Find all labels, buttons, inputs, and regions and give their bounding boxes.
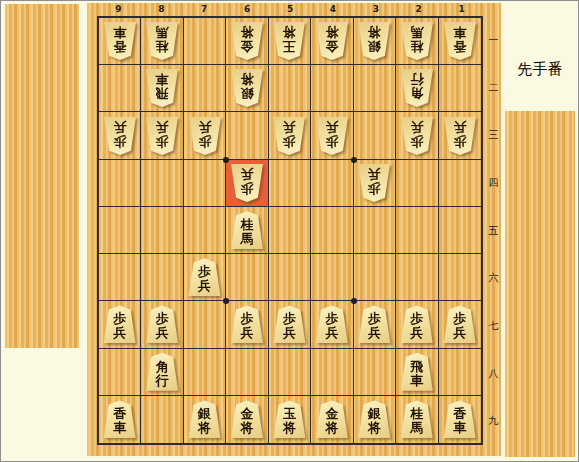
piece-pawn-gote[interactable]: 歩兵: [400, 117, 434, 155]
piece-face: 香車: [103, 400, 137, 438]
piece-face: 歩兵: [188, 258, 222, 296]
rank-label-8: 八: [486, 350, 501, 398]
piece-face: 歩兵: [443, 305, 477, 343]
square-74[interactable]: [184, 160, 226, 207]
square-97[interactable]: 歩兵: [99, 301, 141, 348]
piece-face: 歩兵: [315, 305, 349, 343]
square-26[interactable]: [396, 254, 438, 301]
piece-knight-sente[interactable]: 桂馬: [400, 400, 434, 438]
square-55[interactable]: [269, 207, 311, 254]
square-75[interactable]: [184, 207, 226, 254]
shogi-app: 987654321 香車桂馬金将王将金将銀将桂馬香車飛車銀将角行歩兵歩兵歩兵歩兵…: [0, 0, 579, 462]
piece-face: 銀将: [230, 69, 264, 107]
square-53[interactable]: 歩兵: [269, 112, 311, 159]
square-32[interactable]: [354, 65, 396, 112]
piece-face: 香車: [443, 22, 477, 60]
file-label-9: 9: [97, 3, 140, 15]
square-67[interactable]: 歩兵: [226, 301, 268, 348]
square-73[interactable]: 歩兵: [184, 112, 226, 159]
square-95[interactable]: [99, 207, 141, 254]
piece-face: 桂馬: [145, 22, 179, 60]
sente-komadai[interactable]: [505, 111, 575, 457]
turn-indicator: 先手番: [503, 60, 577, 79]
square-64[interactable]: 歩兵: [226, 160, 268, 207]
piece-face: 金将: [315, 400, 349, 438]
piece-face: 歩兵: [103, 305, 137, 343]
square-45[interactable]: [311, 207, 353, 254]
square-15[interactable]: [439, 207, 481, 254]
file-label-2: 2: [397, 3, 440, 15]
square-58[interactable]: [269, 349, 311, 396]
piece-face: 香車: [443, 400, 477, 438]
piece-face: 歩兵: [272, 117, 306, 155]
piece-pawn-sente[interactable]: 歩兵: [315, 305, 349, 343]
piece-face: 歩兵: [230, 164, 264, 202]
star-point: [223, 157, 229, 163]
square-62[interactable]: 銀将: [226, 65, 268, 112]
piece-pawn-sente[interactable]: 歩兵: [443, 305, 477, 343]
file-label-6: 6: [226, 3, 269, 15]
shogi-board: 987654321 香車桂馬金将王将金将銀将桂馬香車飛車銀将角行歩兵歩兵歩兵歩兵…: [87, 3, 501, 456]
piece-face: 金将: [230, 22, 264, 60]
square-12[interactable]: [439, 65, 481, 112]
piece-gold-sente[interactable]: 金将: [315, 400, 349, 438]
piece-pawn-sente[interactable]: 歩兵: [188, 258, 222, 296]
piece-face: 歩兵: [315, 117, 349, 155]
rank-label-9: 九: [486, 397, 501, 445]
piece-face: 飛車: [145, 69, 179, 107]
piece-silver-gote[interactable]: 銀将: [357, 22, 391, 60]
square-86[interactable]: [141, 254, 183, 301]
piece-face: 飛車: [400, 353, 434, 391]
piece-pawn-sente[interactable]: 歩兵: [272, 305, 306, 343]
piece-face: 歩兵: [103, 117, 137, 155]
square-94[interactable]: [99, 160, 141, 207]
square-77[interactable]: [184, 301, 226, 348]
file-label-1: 1: [440, 3, 483, 15]
square-42[interactable]: [311, 65, 353, 112]
piece-bishop-sente[interactable]: 角行: [145, 353, 179, 391]
piece-lance-gote[interactable]: 香車: [443, 22, 477, 60]
square-34[interactable]: 歩兵: [354, 160, 396, 207]
square-38[interactable]: [354, 349, 396, 396]
rank-label-6: 六: [486, 254, 501, 302]
piece-face: 歩兵: [357, 164, 391, 202]
piece-bishop-gote[interactable]: 角行: [400, 69, 434, 107]
piece-face: 角行: [145, 353, 179, 391]
square-93[interactable]: 歩兵: [99, 112, 141, 159]
file-labels: 987654321: [97, 3, 483, 15]
square-54[interactable]: [269, 160, 311, 207]
file-label-4: 4: [311, 3, 354, 15]
square-89[interactable]: [141, 396, 183, 443]
square-43[interactable]: 歩兵: [311, 112, 353, 159]
square-59[interactable]: 玉将: [269, 396, 311, 443]
square-29[interactable]: 桂馬: [396, 396, 438, 443]
square-66[interactable]: [226, 254, 268, 301]
rank-label-2: 二: [486, 64, 501, 112]
piece-pawn-gote[interactable]: 歩兵: [103, 117, 137, 155]
square-36[interactable]: [354, 254, 396, 301]
piece-pawn-sente[interactable]: 歩兵: [357, 305, 391, 343]
piece-pawn-sente[interactable]: 歩兵: [145, 305, 179, 343]
piece-silver-sente[interactable]: 銀将: [357, 400, 391, 438]
rank-label-5: 五: [486, 207, 501, 255]
square-84[interactable]: [141, 160, 183, 207]
square-57[interactable]: 歩兵: [269, 301, 311, 348]
piece-face: 歩兵: [230, 305, 264, 343]
piece-face: 金将: [230, 400, 264, 438]
star-point: [351, 157, 357, 163]
piece-face: 桂馬: [400, 400, 434, 438]
square-49[interactable]: 金将: [311, 396, 353, 443]
square-16[interactable]: [439, 254, 481, 301]
star-point: [223, 298, 229, 304]
piece-face: 歩兵: [443, 117, 477, 155]
rank-label-7: 七: [486, 302, 501, 350]
piece-gold-sente[interactable]: 金将: [230, 400, 264, 438]
rank-labels: 一二三四五六七八九: [486, 16, 501, 445]
piece-pawn-gote[interactable]: 歩兵: [145, 117, 179, 155]
piece-knight-gote[interactable]: 桂馬: [145, 22, 179, 60]
square-35[interactable]: [354, 207, 396, 254]
piece-face: 桂馬: [400, 22, 434, 60]
board-grid: 香車桂馬金将王将金将銀将桂馬香車飛車銀将角行歩兵歩兵歩兵歩兵歩兵歩兵歩兵歩兵歩兵…: [97, 16, 483, 445]
piece-silver-sente[interactable]: 銀将: [188, 400, 222, 438]
piece-gold-gote[interactable]: 金将: [230, 22, 264, 60]
square-27[interactable]: 歩兵: [396, 301, 438, 348]
piece-face: 歩兵: [357, 305, 391, 343]
file-label-5: 5: [269, 3, 312, 15]
square-61[interactable]: 金将: [226, 18, 268, 65]
piece-pawn-gote[interactable]: 歩兵: [357, 164, 391, 202]
piece-face: 歩兵: [400, 117, 434, 155]
rank-label-1: 一: [486, 16, 501, 64]
square-79[interactable]: 銀将: [184, 396, 226, 443]
square-98[interactable]: [99, 349, 141, 396]
file-label-8: 8: [140, 3, 183, 15]
piece-pawn-gote[interactable]: 歩兵: [230, 164, 264, 202]
piece-pawn-sente[interactable]: 歩兵: [103, 305, 137, 343]
file-label-3: 3: [354, 3, 397, 15]
square-28[interactable]: 飛車: [396, 349, 438, 396]
piece-king-sente[interactable]: 玉将: [272, 400, 306, 438]
square-33[interactable]: [354, 112, 396, 159]
square-31[interactable]: 銀将: [354, 18, 396, 65]
piece-gold-gote[interactable]: 金将: [315, 22, 349, 60]
star-point: [351, 298, 357, 304]
piece-pawn-sente[interactable]: 歩兵: [400, 305, 434, 343]
piece-lance-sente[interactable]: 香車: [103, 400, 137, 438]
rank-label-3: 三: [486, 111, 501, 159]
square-39[interactable]: 銀将: [354, 396, 396, 443]
square-37[interactable]: 歩兵: [354, 301, 396, 348]
piece-face: 歩兵: [145, 305, 179, 343]
piece-pawn-gote[interactable]: 歩兵: [188, 117, 222, 155]
square-92[interactable]: [99, 65, 141, 112]
square-51[interactable]: 王将: [269, 18, 311, 65]
square-23[interactable]: 歩兵: [396, 112, 438, 159]
piece-face: 角行: [400, 69, 434, 107]
piece-rook-sente[interactable]: 飛車: [400, 353, 434, 391]
piece-knight-gote[interactable]: 桂馬: [400, 22, 434, 60]
square-19[interactable]: 香車: [439, 396, 481, 443]
square-68[interactable]: [226, 349, 268, 396]
piece-face: 香車: [103, 22, 137, 60]
piece-knight-sente[interactable]: 桂馬: [230, 211, 264, 249]
square-91[interactable]: 香車: [99, 18, 141, 65]
piece-face: 歩兵: [272, 305, 306, 343]
piece-face: 銀将: [357, 400, 391, 438]
rank-label-4: 四: [486, 159, 501, 207]
square-11[interactable]: 香車: [439, 18, 481, 65]
piece-pawn-gote[interactable]: 歩兵: [443, 117, 477, 155]
square-99[interactable]: 香車: [99, 396, 141, 443]
piece-pawn-gote[interactable]: 歩兵: [315, 117, 349, 155]
square-21[interactable]: 桂馬: [396, 18, 438, 65]
piece-king-gote[interactable]: 王将: [272, 22, 306, 60]
square-14[interactable]: [439, 160, 481, 207]
piece-face: 金将: [315, 22, 349, 60]
square-24[interactable]: [396, 160, 438, 207]
square-18[interactable]: [439, 349, 481, 396]
square-78[interactable]: [184, 349, 226, 396]
square-25[interactable]: [396, 207, 438, 254]
square-44[interactable]: [311, 160, 353, 207]
file-label-7: 7: [183, 3, 226, 15]
square-71[interactable]: [184, 18, 226, 65]
piece-face: 桂馬: [230, 211, 264, 249]
square-81[interactable]: 桂馬: [141, 18, 183, 65]
square-13[interactable]: 歩兵: [439, 112, 481, 159]
square-76[interactable]: 歩兵: [184, 254, 226, 301]
piece-pawn-gote[interactable]: 歩兵: [272, 117, 306, 155]
square-63[interactable]: [226, 112, 268, 159]
piece-face: 王将: [272, 22, 306, 60]
square-85[interactable]: [141, 207, 183, 254]
piece-face: 銀将: [357, 22, 391, 60]
gote-komadai[interactable]: [5, 4, 79, 348]
piece-face: 歩兵: [145, 117, 179, 155]
square-96[interactable]: [99, 254, 141, 301]
piece-lance-sente[interactable]: 香車: [443, 400, 477, 438]
square-69[interactable]: 金将: [226, 396, 268, 443]
piece-silver-gote[interactable]: 銀将: [230, 69, 264, 107]
piece-face: 銀将: [188, 400, 222, 438]
square-83[interactable]: 歩兵: [141, 112, 183, 159]
piece-pawn-sente[interactable]: 歩兵: [230, 305, 264, 343]
square-72[interactable]: [184, 65, 226, 112]
square-52[interactable]: [269, 65, 311, 112]
square-17[interactable]: 歩兵: [439, 301, 481, 348]
square-87[interactable]: 歩兵: [141, 301, 183, 348]
square-46[interactable]: [311, 254, 353, 301]
square-65[interactable]: 桂馬: [226, 207, 268, 254]
square-82[interactable]: 飛車: [141, 65, 183, 112]
piece-face: 歩兵: [188, 117, 222, 155]
square-48[interactable]: [311, 349, 353, 396]
piece-rook-gote[interactable]: 飛車: [145, 69, 179, 107]
square-56[interactable]: [269, 254, 311, 301]
piece-face: 歩兵: [400, 305, 434, 343]
piece-face: 玉将: [272, 400, 306, 438]
square-22[interactable]: 角行: [396, 65, 438, 112]
square-41[interactable]: 金将: [311, 18, 353, 65]
square-88[interactable]: 角行: [141, 349, 183, 396]
piece-lance-gote[interactable]: 香車: [103, 22, 137, 60]
square-47[interactable]: 歩兵: [311, 301, 353, 348]
